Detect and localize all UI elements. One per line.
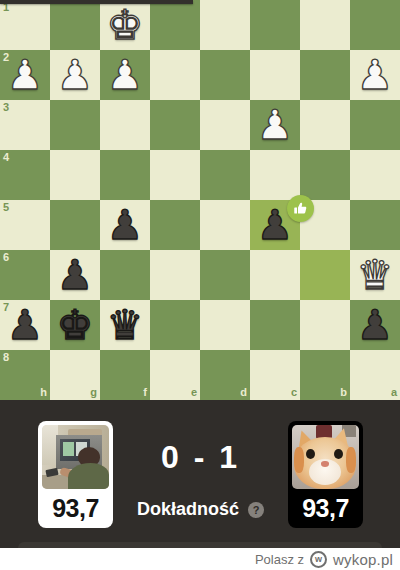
square-h1[interactable]: 1 — [0, 0, 50, 50]
square-a4[interactable] — [350, 150, 400, 200]
square-c7[interactable] — [250, 300, 300, 350]
square-g4[interactable] — [50, 150, 100, 200]
accuracy-label: Dokładność — [137, 499, 239, 520]
square-b1[interactable] — [300, 0, 350, 50]
square-e2[interactable] — [150, 50, 200, 100]
square-e7[interactable] — [150, 300, 200, 350]
file-label-g: g — [90, 387, 97, 398]
square-e8[interactable]: e — [150, 350, 200, 400]
piece-black-pawn-f5[interactable]: ♟︎ — [100, 200, 150, 250]
wykop-logo-letter: w — [315, 555, 322, 564]
square-a7[interactable]: ♟︎ — [350, 300, 400, 350]
piece-black-king-g7[interactable]: ♚︎ — [50, 300, 100, 350]
square-g7[interactable]: ♚︎ — [50, 300, 100, 350]
square-b4[interactable] — [300, 150, 350, 200]
square-c3[interactable]: ♟︎ — [250, 100, 300, 150]
file-label-h: h — [40, 387, 47, 398]
square-a2[interactable]: ♟︎ — [350, 50, 400, 100]
file-label-f: f — [143, 387, 147, 398]
rank-label-4: 4 — [3, 152, 9, 163]
square-d2[interactable] — [200, 50, 250, 100]
accuracy-row: Dokładność ? — [137, 499, 264, 520]
square-f8[interactable]: f — [100, 350, 150, 400]
square-f2[interactable]: ♟︎ — [100, 50, 150, 100]
file-label-c: c — [291, 387, 297, 398]
piece-white-pawn-g2[interactable]: ♟︎ — [50, 50, 100, 100]
square-f4[interactable] — [100, 150, 150, 200]
square-a8[interactable]: a — [350, 350, 400, 400]
square-g2[interactable]: ♟︎ — [50, 50, 100, 100]
square-d5[interactable] — [200, 200, 250, 250]
avatar-art — [346, 447, 356, 473]
wykop-logo-icon: w — [310, 551, 327, 568]
black-accuracy-value: 93,7 — [302, 489, 349, 528]
piece-white-pawn-h2[interactable]: ♟︎ — [0, 50, 50, 100]
watermark-site: wykop.pl — [333, 551, 393, 568]
square-e6[interactable] — [150, 250, 200, 300]
file-label-d: d — [240, 387, 247, 398]
square-c1[interactable] — [250, 0, 300, 50]
player-card-black: 93,7 — [288, 421, 363, 528]
square-f7[interactable]: ♛︎ — [100, 300, 150, 350]
square-d7[interactable] — [200, 300, 250, 350]
square-a5[interactable] — [350, 200, 400, 250]
square-b8[interactable]: b — [300, 350, 350, 400]
piece-white-pawn-c3[interactable]: ♟︎ — [250, 100, 300, 150]
rank-label-6: 6 — [3, 252, 9, 263]
square-b2[interactable] — [300, 50, 350, 100]
square-d3[interactable] — [200, 100, 250, 150]
square-h8[interactable]: 8h — [0, 350, 50, 400]
square-g8[interactable]: g — [50, 350, 100, 400]
piece-white-king-f1[interactable]: ♚︎ — [100, 0, 150, 50]
piece-black-pawn-a7[interactable]: ♟︎ — [350, 300, 400, 350]
result-center: 0 - 1 Dokładność ? — [113, 441, 288, 520]
square-d6[interactable] — [200, 250, 250, 300]
avatar-art — [306, 449, 315, 459]
square-f5[interactable]: ♟︎ — [100, 200, 150, 250]
square-e1[interactable] — [150, 0, 200, 50]
square-d8[interactable]: d — [200, 350, 250, 400]
square-h3[interactable]: 3 — [0, 100, 50, 150]
square-h7[interactable]: 7♟︎ — [0, 300, 50, 350]
square-b6[interactable] — [300, 250, 350, 300]
square-c6[interactable] — [250, 250, 300, 300]
watermark-author: Polasz z — [255, 552, 304, 567]
square-d1[interactable] — [200, 0, 250, 50]
avatar-art — [63, 442, 74, 456]
piece-black-pawn-g6[interactable]: ♟︎ — [50, 250, 100, 300]
square-a6[interactable]: ♛︎ — [350, 250, 400, 300]
thumb-up-icon — [293, 201, 308, 216]
avatar-art — [294, 447, 304, 473]
avatar-art — [334, 449, 343, 459]
chess-board: 1♚︎2♟︎♟︎♟︎♟︎3♟︎45♟︎♟︎6♟︎♛︎7♟︎♚︎♛︎♟︎8hgfe… — [0, 0, 400, 400]
piece-black-pawn-h7[interactable]: ♟︎ — [0, 300, 50, 350]
square-b3[interactable] — [300, 100, 350, 150]
square-e4[interactable] — [150, 150, 200, 200]
square-d4[interactable] — [200, 150, 250, 200]
score-text: 0 - 1 — [161, 441, 240, 473]
square-c4[interactable] — [250, 150, 300, 200]
square-f6[interactable] — [100, 250, 150, 300]
square-g3[interactable] — [50, 100, 100, 150]
screen: 1♚︎2♟︎♟︎♟︎♟︎3♟︎45♟︎♟︎6♟︎♛︎7♟︎♚︎♛︎♟︎8hgfe… — [0, 0, 400, 570]
square-h6[interactable]: 6 — [0, 250, 50, 300]
square-a1[interactable] — [350, 0, 400, 50]
square-e3[interactable] — [150, 100, 200, 150]
square-g6[interactable]: ♟︎ — [50, 250, 100, 300]
square-g1[interactable] — [50, 0, 100, 50]
white-player-avatar[interactable] — [42, 425, 109, 489]
square-h4[interactable]: 4 — [0, 150, 50, 200]
top-bar-remnant — [0, 0, 193, 4]
rank-label-8: 8 — [3, 352, 9, 363]
square-f1[interactable]: ♚︎ — [100, 0, 150, 50]
watermark-strip: Polasz z w wykop.pl — [0, 548, 400, 570]
square-f3[interactable] — [100, 100, 150, 150]
avatar-art — [321, 461, 329, 467]
black-player-avatar[interactable] — [292, 425, 359, 489]
square-c2[interactable] — [250, 50, 300, 100]
piece-white-pawn-a2[interactable]: ♟︎ — [350, 50, 400, 100]
square-a3[interactable] — [350, 100, 400, 150]
file-label-e: e — [191, 387, 197, 398]
file-label-a: a — [391, 387, 397, 398]
piece-white-pawn-f2[interactable]: ♟︎ — [100, 50, 150, 100]
rank-label-3: 3 — [3, 102, 9, 113]
rank-label-5: 5 — [3, 202, 9, 213]
square-h2[interactable]: 2♟︎ — [0, 50, 50, 100]
good-move-badge — [287, 195, 314, 222]
white-accuracy-value: 93,7 — [52, 489, 99, 528]
help-icon[interactable]: ? — [248, 502, 264, 518]
square-g5[interactable] — [50, 200, 100, 250]
piece-black-queen-f7[interactable]: ♛︎ — [100, 300, 150, 350]
avatar-art — [68, 463, 109, 489]
square-c8[interactable]: c — [250, 350, 300, 400]
piece-white-queen-a6[interactable]: ♛︎ — [350, 250, 400, 300]
square-e5[interactable] — [150, 200, 200, 250]
player-card-white: 93,7 — [38, 421, 113, 528]
square-b7[interactable] — [300, 300, 350, 350]
square-h5[interactable]: 5 — [0, 200, 50, 250]
game-result-panel: 93,7 0 - 1 Dokładność ? — [0, 400, 400, 548]
file-label-b: b — [340, 387, 347, 398]
